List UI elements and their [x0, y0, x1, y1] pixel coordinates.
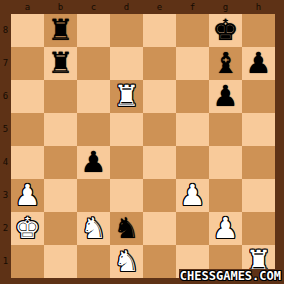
square-c2[interactable]: ♞	[77, 212, 110, 245]
piece-white-king[interactable]: ♚	[15, 212, 41, 245]
square-d3[interactable]	[110, 179, 143, 212]
file-label-e: e	[143, 1, 176, 14]
square-a5[interactable]	[11, 113, 44, 146]
square-f4[interactable]	[176, 146, 209, 179]
square-b4[interactable]	[44, 146, 77, 179]
file-label-f: f	[176, 1, 209, 14]
rank-label-7: 7	[0, 47, 11, 80]
square-a1[interactable]	[11, 245, 44, 278]
square-d1[interactable]: ♞	[110, 245, 143, 278]
piece-white-pawn[interactable]: ♟	[180, 179, 206, 212]
square-e8[interactable]	[143, 14, 176, 47]
rank-label-4: 4	[0, 146, 11, 179]
rank-label-1: 1	[0, 245, 11, 278]
square-c3[interactable]	[77, 179, 110, 212]
square-d2[interactable]: ♞	[110, 212, 143, 245]
square-a6[interactable]	[11, 80, 44, 113]
square-a8[interactable]	[11, 14, 44, 47]
square-d8[interactable]	[110, 14, 143, 47]
square-f8[interactable]	[176, 14, 209, 47]
square-e3[interactable]	[143, 179, 176, 212]
chess-diagram: abcdefgh 87654321 ♜♚♜♝♟♜♟♟♟♟♚♞♞♟♞♜ CHESS…	[0, 0, 284, 284]
square-g6[interactable]: ♟	[209, 80, 242, 113]
piece-black-knight[interactable]: ♞	[114, 212, 140, 245]
square-f2[interactable]	[176, 212, 209, 245]
square-h7[interactable]: ♟	[242, 47, 275, 80]
rank-label-2: 2	[0, 212, 11, 245]
rank-label-8: 8	[0, 14, 11, 47]
square-g4[interactable]	[209, 146, 242, 179]
piece-black-rook[interactable]: ♜	[48, 14, 74, 47]
square-a2[interactable]: ♚	[11, 212, 44, 245]
square-g3[interactable]	[209, 179, 242, 212]
square-c1[interactable]	[77, 245, 110, 278]
square-c7[interactable]	[77, 47, 110, 80]
rank-label-5: 5	[0, 113, 11, 146]
square-g5[interactable]	[209, 113, 242, 146]
square-g8[interactable]: ♚	[209, 14, 242, 47]
piece-black-pawn[interactable]: ♟	[213, 80, 239, 113]
square-d6[interactable]: ♜	[110, 80, 143, 113]
piece-white-knight[interactable]: ♞	[114, 245, 140, 278]
square-e1[interactable]	[143, 245, 176, 278]
square-f6[interactable]	[176, 80, 209, 113]
square-b2[interactable]	[44, 212, 77, 245]
square-e7[interactable]	[143, 47, 176, 80]
square-c6[interactable]	[77, 80, 110, 113]
square-e4[interactable]	[143, 146, 176, 179]
square-a3[interactable]: ♟	[11, 179, 44, 212]
piece-black-rook[interactable]: ♜	[48, 47, 74, 80]
square-g2[interactable]: ♟	[209, 212, 242, 245]
file-label-d: d	[110, 1, 143, 14]
square-h2[interactable]	[242, 212, 275, 245]
square-h3[interactable]	[242, 179, 275, 212]
piece-black-pawn[interactable]: ♟	[246, 47, 272, 80]
file-label-c: c	[77, 1, 110, 14]
square-a7[interactable]	[11, 47, 44, 80]
square-h4[interactable]	[242, 146, 275, 179]
piece-black-bishop[interactable]: ♝	[213, 47, 239, 80]
square-f3[interactable]: ♟	[176, 179, 209, 212]
square-e6[interactable]	[143, 80, 176, 113]
square-b8[interactable]: ♜	[44, 14, 77, 47]
square-f7[interactable]	[176, 47, 209, 80]
square-g7[interactable]: ♝	[209, 47, 242, 80]
square-b5[interactable]	[44, 113, 77, 146]
square-h8[interactable]	[242, 14, 275, 47]
square-e5[interactable]	[143, 113, 176, 146]
square-e2[interactable]	[143, 212, 176, 245]
square-b3[interactable]	[44, 179, 77, 212]
square-c5[interactable]	[77, 113, 110, 146]
square-b7[interactable]: ♜	[44, 47, 77, 80]
chess-board: ♜♚♜♝♟♜♟♟♟♟♚♞♞♟♞♜	[11, 14, 275, 278]
square-b1[interactable]	[44, 245, 77, 278]
square-c4[interactable]: ♟	[77, 146, 110, 179]
piece-white-rook[interactable]: ♜	[114, 80, 140, 113]
square-a4[interactable]	[11, 146, 44, 179]
square-h6[interactable]	[242, 80, 275, 113]
piece-black-pawn[interactable]: ♟	[81, 146, 107, 179]
piece-white-knight[interactable]: ♞	[81, 212, 107, 245]
square-d7[interactable]	[110, 47, 143, 80]
square-c8[interactable]	[77, 14, 110, 47]
piece-white-pawn[interactable]: ♟	[15, 179, 41, 212]
square-b6[interactable]	[44, 80, 77, 113]
piece-black-king[interactable]: ♚	[213, 14, 239, 47]
rank-label-6: 6	[0, 80, 11, 113]
piece-white-pawn[interactable]: ♟	[213, 212, 239, 245]
square-h5[interactable]	[242, 113, 275, 146]
file-label-a: a	[11, 1, 44, 14]
square-d5[interactable]	[110, 113, 143, 146]
watermark: CHESSGAMES.COM	[179, 269, 282, 283]
rank-label-3: 3	[0, 179, 11, 212]
square-f5[interactable]	[176, 113, 209, 146]
square-d4[interactable]	[110, 146, 143, 179]
file-label-h: h	[242, 1, 275, 14]
